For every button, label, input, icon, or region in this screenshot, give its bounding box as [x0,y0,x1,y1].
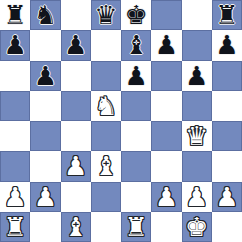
square-a8[interactable]: ♜ [0,0,30,30]
piece-black-rook-a8[interactable]: ♜ [3,0,26,30]
square-c6[interactable] [61,61,91,91]
square-a7[interactable]: ♟ [0,30,30,60]
square-e4[interactable] [121,121,151,151]
square-e3[interactable] [121,151,151,181]
square-b1[interactable] [30,212,60,242]
square-h7[interactable]: ♟ [212,30,242,60]
piece-black-pawn-e6[interactable]: ♟ [124,61,147,91]
square-f3[interactable] [151,151,181,181]
square-d5[interactable]: ♞ [91,91,121,121]
piece-black-knight-b8[interactable]: ♞ [34,0,57,30]
chess-board: ♜♞♛♚♜♟♟♝♟♟♟♟♟♞♛♟♝♟♟♟♟♟♜♝♜♚ [0,0,242,242]
square-f7[interactable]: ♟ [151,30,181,60]
square-c3[interactable]: ♟ [61,151,91,181]
square-c4[interactable] [61,121,91,151]
square-c8[interactable] [61,0,91,30]
square-e8[interactable]: ♚ [121,0,151,30]
square-b2[interactable]: ♟ [30,182,60,212]
square-h4[interactable] [212,121,242,151]
square-a5[interactable] [0,91,30,121]
square-g4[interactable]: ♛ [182,121,212,151]
square-f6[interactable] [151,61,181,91]
square-h8[interactable]: ♜ [212,0,242,30]
square-e2[interactable] [121,182,151,212]
square-f2[interactable]: ♟ [151,182,181,212]
square-g8[interactable] [182,0,212,30]
square-a6[interactable] [0,61,30,91]
piece-black-pawn-b6[interactable]: ♟ [34,61,57,91]
piece-white-pawn-a2[interactable]: ♟ [3,182,26,212]
piece-white-pawn-b2[interactable]: ♟ [34,182,57,212]
square-g2[interactable]: ♟ [182,182,212,212]
square-d8[interactable]: ♛ [91,0,121,30]
square-h1[interactable] [212,212,242,242]
piece-white-pawn-h2[interactable]: ♟ [215,182,238,212]
square-e1[interactable]: ♜ [121,212,151,242]
square-h5[interactable] [212,91,242,121]
square-d1[interactable] [91,212,121,242]
square-b5[interactable] [30,91,60,121]
piece-black-pawn-g6[interactable]: ♟ [185,61,208,91]
piece-white-bishop-d3[interactable]: ♝ [94,151,117,181]
square-d7[interactable] [91,30,121,60]
square-b8[interactable]: ♞ [30,0,60,30]
square-d6[interactable] [91,61,121,91]
square-h2[interactable]: ♟ [212,182,242,212]
piece-black-pawn-h7[interactable]: ♟ [215,30,238,60]
square-a2[interactable]: ♟ [0,182,30,212]
square-a4[interactable] [0,121,30,151]
piece-white-rook-e1[interactable]: ♜ [124,212,147,242]
piece-black-pawn-a7[interactable]: ♟ [3,30,26,60]
square-d2[interactable] [91,182,121,212]
piece-black-bishop-e7[interactable]: ♝ [124,30,147,60]
square-f1[interactable] [151,212,181,242]
square-g7[interactable] [182,30,212,60]
square-h3[interactable] [212,151,242,181]
square-g3[interactable] [182,151,212,181]
piece-black-pawn-f7[interactable]: ♟ [155,30,178,60]
piece-white-king-g1[interactable]: ♚ [185,212,208,242]
square-b3[interactable] [30,151,60,181]
piece-black-pawn-c7[interactable]: ♟ [64,30,87,60]
piece-black-queen-d8[interactable]: ♛ [94,0,117,30]
square-d4[interactable] [91,121,121,151]
square-e7[interactable]: ♝ [121,30,151,60]
piece-white-pawn-c3[interactable]: ♟ [64,151,87,181]
square-c1[interactable]: ♝ [61,212,91,242]
square-b4[interactable] [30,121,60,151]
square-a1[interactable]: ♜ [0,212,30,242]
piece-white-knight-d5[interactable]: ♞ [94,91,117,121]
square-h6[interactable] [212,61,242,91]
square-g5[interactable] [182,91,212,121]
piece-white-pawn-g2[interactable]: ♟ [185,182,208,212]
piece-black-rook-h8[interactable]: ♜ [215,0,238,30]
piece-white-rook-a1[interactable]: ♜ [3,212,26,242]
piece-black-king-e8[interactable]: ♚ [124,0,147,30]
square-f4[interactable] [151,121,181,151]
square-c2[interactable] [61,182,91,212]
piece-white-queen-g4[interactable]: ♛ [185,121,208,151]
square-d3[interactable]: ♝ [91,151,121,181]
square-g6[interactable]: ♟ [182,61,212,91]
square-a3[interactable] [0,151,30,181]
square-b6[interactable]: ♟ [30,61,60,91]
square-f8[interactable] [151,0,181,30]
square-g1[interactable]: ♚ [182,212,212,242]
square-f5[interactable] [151,91,181,121]
square-c7[interactable]: ♟ [61,30,91,60]
square-e5[interactable] [121,91,151,121]
square-c5[interactable] [61,91,91,121]
piece-white-bishop-c1[interactable]: ♝ [64,212,87,242]
square-b7[interactable] [30,30,60,60]
piece-white-pawn-f2[interactable]: ♟ [155,182,178,212]
square-e6[interactable]: ♟ [121,61,151,91]
